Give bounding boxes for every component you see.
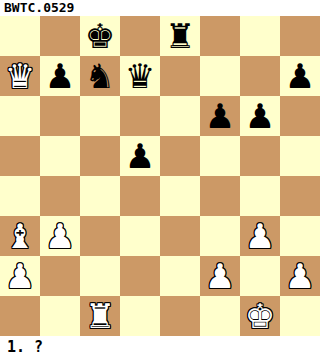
black-pawn: ♟ xyxy=(280,56,320,96)
white-pawn: ♟ xyxy=(200,256,240,296)
square-a2[interactable]: ♟ xyxy=(0,256,40,296)
square-g4[interactable] xyxy=(240,176,280,216)
black-pawn: ♟ xyxy=(240,96,280,136)
square-c4[interactable] xyxy=(80,176,120,216)
square-h4[interactable] xyxy=(280,176,320,216)
square-e7[interactable] xyxy=(160,56,200,96)
square-e2[interactable] xyxy=(160,256,200,296)
square-b1[interactable] xyxy=(40,296,80,336)
square-e1[interactable] xyxy=(160,296,200,336)
white-pawn: ♟ xyxy=(280,256,320,296)
square-b3[interactable]: ♟ xyxy=(40,216,80,256)
square-g1[interactable]: ♚ xyxy=(240,296,280,336)
square-g7[interactable] xyxy=(240,56,280,96)
white-rook: ♜ xyxy=(80,296,120,336)
chess-board: ♚♜♛♟♞♛♟♟♟♟♝♟♟♟♟♟♜♚ xyxy=(0,16,320,336)
square-a6[interactable] xyxy=(0,96,40,136)
square-e3[interactable] xyxy=(160,216,200,256)
white-pawn: ♟ xyxy=(240,216,280,256)
chess-diagram-window: BWTC.0529 ♚♜♛♟♞♛♟♟♟♟♝♟♟♟♟♟♜♚ 1. ? xyxy=(0,0,320,360)
square-e4[interactable] xyxy=(160,176,200,216)
diagram-title: BWTC.0529 xyxy=(0,0,320,16)
square-h8[interactable] xyxy=(280,16,320,56)
move-prompt: 1. ? xyxy=(0,336,320,360)
black-pawn: ♟ xyxy=(40,56,80,96)
white-pawn: ♟ xyxy=(40,216,80,256)
white-bishop: ♝ xyxy=(0,216,40,256)
square-a7[interactable]: ♛ xyxy=(0,56,40,96)
square-f2[interactable]: ♟ xyxy=(200,256,240,296)
black-pawn: ♟ xyxy=(200,96,240,136)
square-d4[interactable] xyxy=(120,176,160,216)
square-c7[interactable]: ♞ xyxy=(80,56,120,96)
square-f3[interactable] xyxy=(200,216,240,256)
square-e5[interactable] xyxy=(160,136,200,176)
square-h5[interactable] xyxy=(280,136,320,176)
black-king: ♚ xyxy=(80,16,120,56)
square-e6[interactable] xyxy=(160,96,200,136)
square-h3[interactable] xyxy=(280,216,320,256)
black-pawn: ♟ xyxy=(120,136,160,176)
black-rook: ♜ xyxy=(160,16,200,56)
square-c3[interactable] xyxy=(80,216,120,256)
square-b2[interactable] xyxy=(40,256,80,296)
square-b8[interactable] xyxy=(40,16,80,56)
square-d2[interactable] xyxy=(120,256,160,296)
square-a8[interactable] xyxy=(0,16,40,56)
square-c5[interactable] xyxy=(80,136,120,176)
square-f8[interactable] xyxy=(200,16,240,56)
white-king: ♚ xyxy=(240,296,280,336)
square-b7[interactable]: ♟ xyxy=(40,56,80,96)
square-e8[interactable]: ♜ xyxy=(160,16,200,56)
square-g5[interactable] xyxy=(240,136,280,176)
square-f6[interactable]: ♟ xyxy=(200,96,240,136)
square-c1[interactable]: ♜ xyxy=(80,296,120,336)
white-pawn: ♟ xyxy=(0,256,40,296)
square-g3[interactable]: ♟ xyxy=(240,216,280,256)
black-knight: ♞ xyxy=(80,56,120,96)
square-g8[interactable] xyxy=(240,16,280,56)
white-queen: ♛ xyxy=(0,56,40,96)
square-a5[interactable] xyxy=(0,136,40,176)
square-d5[interactable]: ♟ xyxy=(120,136,160,176)
square-d7[interactable]: ♛ xyxy=(120,56,160,96)
square-g2[interactable] xyxy=(240,256,280,296)
square-h7[interactable]: ♟ xyxy=(280,56,320,96)
square-c2[interactable] xyxy=(80,256,120,296)
square-h1[interactable] xyxy=(280,296,320,336)
square-f7[interactable] xyxy=(200,56,240,96)
square-f4[interactable] xyxy=(200,176,240,216)
square-b6[interactable] xyxy=(40,96,80,136)
black-queen: ♛ xyxy=(120,56,160,96)
square-c6[interactable] xyxy=(80,96,120,136)
square-f1[interactable] xyxy=(200,296,240,336)
square-a1[interactable] xyxy=(0,296,40,336)
square-d8[interactable] xyxy=(120,16,160,56)
square-h6[interactable] xyxy=(280,96,320,136)
square-h2[interactable]: ♟ xyxy=(280,256,320,296)
square-a3[interactable]: ♝ xyxy=(0,216,40,256)
square-d3[interactable] xyxy=(120,216,160,256)
square-d1[interactable] xyxy=(120,296,160,336)
square-d6[interactable] xyxy=(120,96,160,136)
square-f5[interactable] xyxy=(200,136,240,176)
square-g6[interactable]: ♟ xyxy=(240,96,280,136)
square-a4[interactable] xyxy=(0,176,40,216)
square-b5[interactable] xyxy=(40,136,80,176)
square-c8[interactable]: ♚ xyxy=(80,16,120,56)
square-b4[interactable] xyxy=(40,176,80,216)
